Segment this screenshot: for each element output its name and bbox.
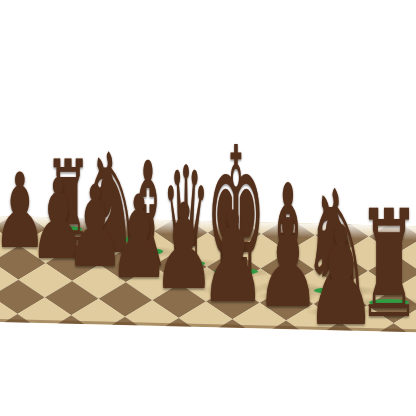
chess-set-photo: ♜♟♞♟♝♟♛♟♚♟♝♟♞♟♜♟ (0, 0, 416, 416)
pawn-glyph: ♟ (305, 209, 377, 345)
board-pattern-cell (0, 331, 17, 333)
